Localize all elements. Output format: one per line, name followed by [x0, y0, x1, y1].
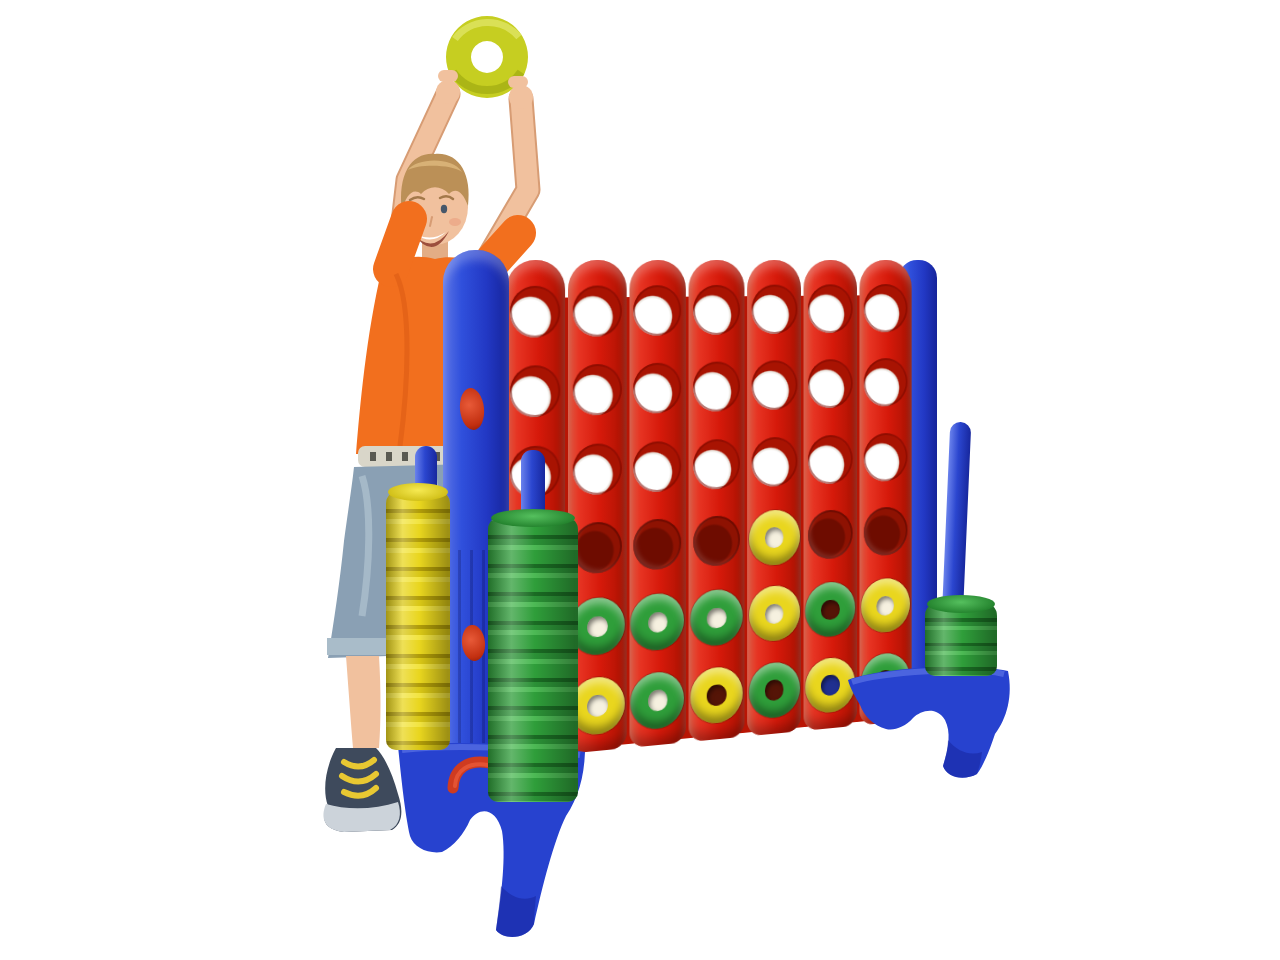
empty-hole-r4c3: [634, 518, 682, 571]
green-ring-r6c3: [631, 670, 685, 731]
cell-r1c5: [747, 271, 801, 348]
ring-center-hole: [765, 603, 784, 625]
cell-r1c4: [689, 271, 745, 349]
ring-center-hole: [707, 607, 726, 629]
cell-r2c6: [804, 346, 857, 423]
fingers-right: [508, 76, 528, 88]
cell-r3c5: [747, 423, 801, 501]
board-column-7: [859, 260, 911, 725]
post-bolt-upper: [458, 387, 486, 431]
cell-r5c3: [629, 582, 686, 664]
cell-r2c3: [629, 349, 686, 428]
green-ring-r5c6: [805, 581, 855, 639]
cell-r2c5: [747, 347, 801, 425]
cell-r1c2: [568, 272, 626, 351]
ring-center-hole: [707, 684, 726, 706]
empty-hole-r2c1: [510, 365, 560, 418]
fingers-left: [438, 70, 458, 82]
hand-left: [436, 80, 460, 104]
cuff-left: [327, 638, 389, 655]
ring-center-hole: [821, 599, 839, 620]
yellow-ring-r5c7: [861, 577, 910, 634]
empty-hole-r1c4: [693, 285, 740, 335]
empty-hole-r2c7: [864, 358, 908, 407]
right-green-ring-stack: [925, 602, 997, 676]
empty-hole-r3c4: [693, 438, 740, 490]
empty-hole-r1c1: [510, 286, 560, 338]
leg-left: [346, 656, 381, 748]
empty-hole-r3c2: [573, 443, 622, 496]
cell-r6c3: [629, 659, 686, 742]
product-photo-scene: [0, 0, 1280, 960]
ring-center-hole: [648, 689, 668, 712]
ring-center-hole: [587, 615, 607, 638]
yellow-ring-stack: [386, 490, 450, 750]
hand-right: [509, 85, 533, 109]
cell-r3c7: [859, 419, 911, 496]
cell-r4c5: [747, 498, 801, 577]
cell-r3c3: [629, 427, 686, 507]
cell-r2c4: [689, 348, 745, 426]
cell-r2c7: [859, 345, 911, 421]
empty-hole-r2c2: [573, 364, 622, 416]
sleeve-left: [391, 219, 409, 269]
ring-center-hole: [648, 611, 668, 633]
cell-r5c6: [804, 570, 857, 649]
empty-hole-r1c7: [864, 284, 908, 333]
empty-hole-r2c4: [693, 362, 740, 413]
empty-hole-r3c6: [808, 434, 853, 485]
right-base-foot: [842, 660, 1016, 785]
empty-hole-r4c6: [808, 509, 853, 560]
cell-r5c4: [689, 578, 745, 659]
empty-hole-r2c5: [751, 360, 797, 410]
cell-r1c1: [505, 272, 565, 352]
empty-hole-r4c2: [573, 521, 622, 575]
ring-center-hole: [765, 679, 784, 701]
cell-r6c5: [747, 650, 801, 731]
empty-hole-r3c5: [751, 436, 797, 487]
yellow-ring-r4c5: [749, 509, 800, 567]
green-ring-r5c4: [690, 588, 742, 647]
cell-r2c2: [568, 350, 626, 430]
cell-r3c6: [804, 421, 857, 498]
green-ring-stack: [488, 516, 578, 802]
yellow-ring-r6c4: [690, 665, 742, 725]
cell-r3c4: [689, 425, 745, 504]
cell-r4c4: [689, 501, 745, 581]
empty-hole-r1c5: [751, 285, 797, 335]
cell-r5c7: [859, 567, 911, 645]
cell-r4c3: [629, 504, 686, 585]
empty-hole-r3c7: [864, 432, 908, 482]
cell-r5c5: [747, 574, 801, 654]
green-ring-r6c5: [749, 660, 800, 719]
board-column-3: [629, 260, 686, 748]
cell-r6c4: [689, 654, 745, 736]
cell-r1c6: [804, 271, 857, 347]
cell-r1c7: [859, 271, 911, 346]
cheek-right: [449, 218, 461, 226]
right-storage-peg: [942, 422, 972, 621]
cell-r3c2: [568, 429, 626, 510]
ring-center-hole: [876, 595, 894, 616]
cell-r4c7: [859, 493, 911, 570]
ring-center-hole: [765, 527, 784, 548]
empty-hole-r3c3: [634, 440, 682, 492]
cell-r2c1: [505, 351, 565, 432]
ring-center-hole: [587, 694, 607, 717]
green-ring-r5c3: [631, 592, 685, 652]
right-base-shape: [848, 667, 1010, 778]
empty-hole-r2c3: [634, 363, 682, 415]
empty-hole-r2c6: [808, 359, 853, 409]
board-column-5: [747, 260, 801, 736]
empty-hole-r1c6: [808, 284, 853, 333]
board-column-4: [689, 260, 745, 742]
yellow-ring-r5c5: [749, 585, 800, 644]
empty-hole-r1c2: [573, 286, 622, 338]
cell-r4c6: [804, 496, 857, 574]
empty-hole-r1c3: [634, 285, 682, 336]
eye-right: [441, 205, 447, 213]
empty-hole-r4c7: [864, 506, 908, 557]
ring-center-hole: [821, 674, 839, 696]
empty-hole-r4c4: [693, 515, 740, 568]
cell-r1c3: [629, 272, 686, 351]
